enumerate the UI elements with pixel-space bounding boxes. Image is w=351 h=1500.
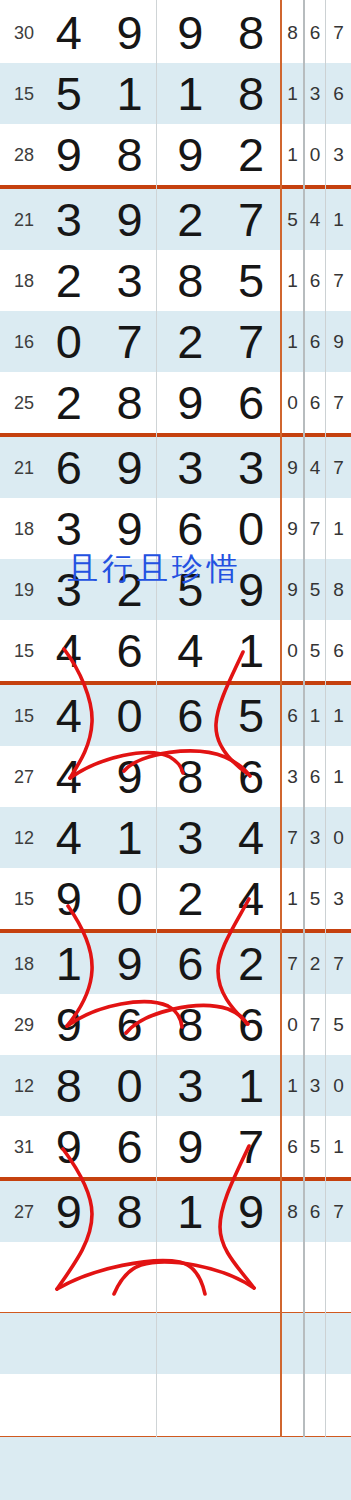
draw-digit: 3	[160, 444, 221, 491]
row-index-label: 18	[0, 272, 38, 290]
aux-digit: 7	[304, 1015, 326, 1034]
draw-row: 319697651	[0, 1116, 351, 1177]
aux-digit: 1	[281, 271, 304, 290]
row-index-label: 12	[0, 1077, 38, 1095]
draw-digit: 9	[38, 1188, 99, 1235]
draw-digit: 2	[220, 940, 281, 987]
empty-row	[0, 1242, 351, 1312]
aux-digit: 6	[304, 1202, 326, 1221]
aux-digit: 5	[304, 1137, 326, 1156]
lottery-trend-chart: 3049988671551181362898921032139275411823…	[0, 0, 351, 1500]
draw-digit: 9	[38, 1123, 99, 1170]
draw-row: 155118136	[0, 63, 351, 124]
aux-digit: 1	[281, 145, 304, 164]
row-index-label: 15	[0, 642, 38, 660]
draw-digit: 3	[160, 1062, 221, 1109]
aux-digit: 1	[326, 706, 351, 725]
draw-digit: 9	[160, 379, 221, 426]
aux-digit: 1	[281, 889, 304, 908]
aux-digit: 3	[304, 1076, 326, 1095]
draw-digit: 1	[38, 940, 99, 987]
draw-digit: 4	[38, 692, 99, 739]
aux-digit: 1	[281, 332, 304, 351]
draw-digit: 4	[38, 814, 99, 861]
draw-digit: 9	[99, 753, 160, 800]
aux-digit: 6	[326, 84, 351, 103]
aux-digit: 1	[326, 767, 351, 786]
aux-digit: 1	[281, 1076, 304, 1095]
aux-digit: 5	[304, 580, 326, 599]
draw-digit: 8	[160, 753, 221, 800]
draw-digit: 4	[38, 9, 99, 56]
draw-digit: 3	[160, 814, 221, 861]
draw-row: 289892103	[0, 124, 351, 185]
aux-digit: 8	[281, 1202, 304, 1221]
draw-digit: 4	[38, 753, 99, 800]
draw-digit: 1	[99, 70, 160, 117]
draw-digit: 2	[160, 875, 221, 922]
aux-digit: 9	[281, 580, 304, 599]
draw-digit: 2	[160, 196, 221, 243]
draw-rows-container: 3049988671551181362898921032139275411823…	[0, 2, 351, 1500]
empty-row	[0, 1374, 351, 1436]
draw-digit: 6	[99, 1001, 160, 1048]
aux-digit: 1	[326, 1137, 351, 1156]
draw-digit: 8	[99, 379, 160, 426]
draw-digit: 8	[160, 257, 221, 304]
grid-vertical-line	[156, 0, 157, 1437]
draw-digit: 6	[220, 379, 281, 426]
draw-digit: 3	[38, 505, 99, 552]
draw-digit: 2	[220, 131, 281, 178]
draw-row: 279819867	[0, 1181, 351, 1242]
draw-digit: 0	[99, 1062, 160, 1109]
aux-digit: 3	[304, 828, 326, 847]
draw-row: 304998867	[0, 2, 351, 63]
row-index-label: 16	[0, 333, 38, 351]
draw-digit: 3	[99, 257, 160, 304]
draw-digit: 9	[38, 131, 99, 178]
draw-digit: 6	[99, 627, 160, 674]
draw-digit: 4	[220, 814, 281, 861]
draw-row: 274986361	[0, 746, 351, 807]
row-index-label: 25	[0, 394, 38, 412]
draw-row: 128031130	[0, 1055, 351, 1116]
row-index-label: 27	[0, 768, 38, 786]
aux-digit: 2	[304, 954, 326, 973]
draw-digit: 6	[220, 1001, 281, 1048]
aux-digit: 9	[281, 519, 304, 538]
draw-digit: 6	[160, 940, 221, 987]
draw-digit: 2	[38, 379, 99, 426]
aux-digit: 0	[304, 145, 326, 164]
aux-digit: 7	[304, 519, 326, 538]
aux-digit: 8	[281, 23, 304, 42]
aux-digit: 7	[326, 458, 351, 477]
draw-digit: 9	[99, 444, 160, 491]
row-index-label: 27	[0, 1203, 38, 1221]
aux-digit: 1	[326, 210, 351, 229]
draw-digit: 7	[99, 318, 160, 365]
aux-digit: 7	[281, 828, 304, 847]
aux-digit: 6	[326, 641, 351, 660]
draw-row: 182385167	[0, 250, 351, 311]
aux-digit: 8	[326, 580, 351, 599]
aux-digit: 6	[304, 393, 326, 412]
grid-vertical-line	[303, 0, 305, 1437]
aux-digit: 6	[281, 1137, 304, 1156]
aux-digit: 1	[326, 519, 351, 538]
row-index-label: 18	[0, 520, 38, 538]
aux-digit: 0	[281, 641, 304, 660]
aux-digit: 6	[304, 23, 326, 42]
aux-digit: 5	[304, 889, 326, 908]
draw-digit: 8	[220, 70, 281, 117]
aux-digit: 1	[304, 706, 326, 725]
draw-row: 154641056	[0, 620, 351, 681]
aux-digit: 7	[281, 954, 304, 973]
grid-vertical-line	[280, 0, 282, 1437]
draw-digit: 7	[220, 318, 281, 365]
draw-row: 159024153	[0, 868, 351, 929]
draw-digit: 3	[38, 196, 99, 243]
aux-digit: 4	[304, 458, 326, 477]
draw-digit: 9	[99, 196, 160, 243]
aux-digit: 6	[304, 332, 326, 351]
draw-row: 252896067	[0, 372, 351, 433]
aux-digit: 1	[281, 84, 304, 103]
grid-vertical-line	[325, 0, 326, 1437]
draw-row: 299686075	[0, 994, 351, 1055]
row-index-label: 21	[0, 211, 38, 229]
aux-digit: 7	[326, 23, 351, 42]
draw-digit: 9	[99, 505, 160, 552]
draw-digit: 6	[38, 444, 99, 491]
aux-digit: 5	[281, 210, 304, 229]
draw-digit: 6	[160, 692, 221, 739]
aux-digit: 3	[326, 889, 351, 908]
aux-digit: 7	[326, 393, 351, 412]
draw-digit: 8	[220, 9, 281, 56]
draw-digit: 7	[220, 196, 281, 243]
draw-digit: 0	[99, 875, 160, 922]
row-index-label: 12	[0, 829, 38, 847]
draw-digit: 1	[220, 627, 281, 674]
aux-digit: 7	[326, 954, 351, 973]
draw-digit: 9	[160, 1123, 221, 1170]
aux-digit: 9	[326, 332, 351, 351]
aux-digit: 6	[304, 767, 326, 786]
draw-digit: 4	[220, 875, 281, 922]
row-index-label: 18	[0, 955, 38, 973]
draw-digit: 9	[160, 9, 221, 56]
draw-digit: 2	[160, 318, 221, 365]
aux-digit: 7	[326, 271, 351, 290]
draw-digit: 5	[220, 692, 281, 739]
draw-digit: 4	[160, 627, 221, 674]
row-index-label: 31	[0, 1138, 38, 1156]
draw-row: 181962727	[0, 933, 351, 994]
draw-digit: 0	[99, 692, 160, 739]
draw-digit: 8	[99, 131, 160, 178]
draw-digit: 9	[38, 1001, 99, 1048]
draw-digit: 1	[160, 70, 221, 117]
draw-row: 154065611	[0, 685, 351, 746]
draw-digit: 0	[220, 505, 281, 552]
aux-digit: 3	[281, 767, 304, 786]
draw-digit: 9	[160, 131, 221, 178]
draw-row: 160727169	[0, 311, 351, 372]
empty-row	[0, 1437, 351, 1500]
draw-digit: 5	[220, 257, 281, 304]
watermark-text: 且行且珍惜	[67, 548, 242, 590]
draw-digit: 9	[99, 940, 160, 987]
aux-digit: 9	[281, 458, 304, 477]
draw-row: 216933947	[0, 437, 351, 498]
draw-digit: 6	[160, 505, 221, 552]
empty-row	[0, 1313, 351, 1374]
row-index-label: 15	[0, 707, 38, 725]
draw-digit: 0	[38, 318, 99, 365]
aux-digit: 0	[281, 393, 304, 412]
draw-digit: 5	[38, 70, 99, 117]
draw-digit: 1	[99, 814, 160, 861]
row-index-label: 19	[0, 581, 38, 599]
aux-digit: 6	[304, 271, 326, 290]
draw-digit: 2	[38, 257, 99, 304]
row-index-label: 29	[0, 1016, 38, 1034]
draw-digit: 9	[99, 9, 160, 56]
aux-digit: 5	[304, 641, 326, 660]
draw-digit: 3	[220, 444, 281, 491]
aux-digit: 0	[326, 1076, 351, 1095]
draw-digit: 6	[99, 1123, 160, 1170]
aux-digit: 0	[281, 1015, 304, 1034]
row-index-label: 15	[0, 890, 38, 908]
aux-digit: 3	[304, 84, 326, 103]
draw-digit: 4	[38, 627, 99, 674]
draw-digit: 8	[99, 1188, 160, 1235]
aux-digit: 7	[326, 1202, 351, 1221]
draw-digit: 1	[160, 1188, 221, 1235]
draw-digit: 8	[38, 1062, 99, 1109]
aux-digit: 6	[281, 706, 304, 725]
draw-digit: 7	[220, 1123, 281, 1170]
aux-digit: 3	[326, 145, 351, 164]
aux-digit: 4	[304, 210, 326, 229]
draw-digit: 6	[220, 753, 281, 800]
draw-digit: 9	[38, 875, 99, 922]
draw-row: 124134730	[0, 807, 351, 868]
row-index-label: 21	[0, 459, 38, 477]
aux-digit: 0	[326, 828, 351, 847]
row-index-label: 30	[0, 24, 38, 42]
draw-digit: 9	[220, 1188, 281, 1235]
row-index-label: 15	[0, 85, 38, 103]
draw-row: 213927541	[0, 189, 351, 250]
draw-digit: 1	[220, 1062, 281, 1109]
draw-digit: 8	[160, 1001, 221, 1048]
row-index-label: 28	[0, 146, 38, 164]
aux-digit: 5	[326, 1015, 351, 1034]
